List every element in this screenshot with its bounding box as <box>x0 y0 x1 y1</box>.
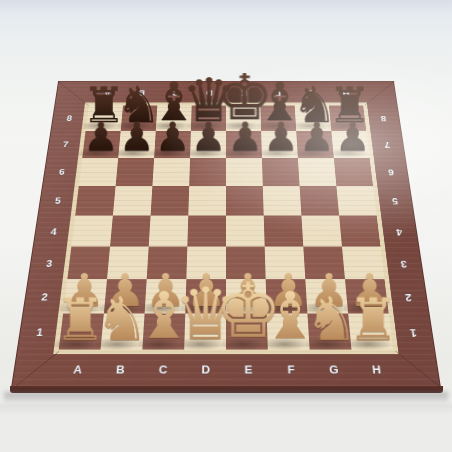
square-c6[interactable] <box>152 158 190 186</box>
square-f5[interactable] <box>263 186 302 216</box>
square-b5[interactable] <box>113 186 153 216</box>
piece-black-pawn-h7[interactable]: ♟ <box>326 84 379 154</box>
board-cast-shadow <box>4 392 448 404</box>
rank-label-8-left: 8 <box>66 114 73 122</box>
square-f6[interactable] <box>262 158 300 186</box>
file-label-e-bottom: E <box>244 364 252 376</box>
file-label-a-bottom: A <box>73 364 83 376</box>
square-a5[interactable] <box>75 186 115 216</box>
rank-label-7-left: 7 <box>62 140 69 149</box>
file-label-g-bottom: G <box>329 364 339 376</box>
rank-label-5-right: 5 <box>391 196 398 206</box>
file-label-h-bottom: H <box>371 364 381 376</box>
photo-background: AABBCCDDEEFFGGHH1122334455667788♜♞♝♛♚♝♞♜… <box>0 0 452 452</box>
square-g6[interactable] <box>298 158 337 186</box>
scene: AABBCCDDEEFFGGHH1122334455667788♜♞♝♛♚♝♞♜… <box>0 0 452 452</box>
square-d6[interactable] <box>189 158 226 186</box>
square-e5[interactable] <box>226 186 264 216</box>
rank-label-6-left: 6 <box>58 168 65 177</box>
square-c5[interactable] <box>151 186 190 216</box>
square-b6[interactable] <box>116 158 155 186</box>
square-a6[interactable] <box>79 158 118 186</box>
rank-label-1-left: 1 <box>36 327 44 339</box>
rank-label-7-right: 7 <box>384 140 391 149</box>
mitre-seam <box>395 350 443 388</box>
rank-label-8-right: 8 <box>380 114 387 122</box>
mitre-seam <box>12 351 60 389</box>
file-label-d-bottom: D <box>201 364 210 376</box>
piece-white-rook-h1[interactable]: ♜ <box>343 265 405 346</box>
file-label-f-bottom: F <box>287 364 295 376</box>
square-h5[interactable] <box>336 186 376 216</box>
square-h6[interactable] <box>334 158 373 186</box>
file-label-c-bottom: C <box>158 364 167 376</box>
square-d5[interactable] <box>188 186 226 216</box>
rank-label-2-right: 2 <box>404 292 412 303</box>
rank-label-1-right: 1 <box>409 327 417 339</box>
rank-label-2-left: 2 <box>41 292 49 303</box>
square-g5[interactable] <box>300 186 340 216</box>
square-e6[interactable] <box>226 158 263 186</box>
file-label-b-bottom: B <box>115 364 125 376</box>
chessboard: AABBCCDDEEFFGGHH1122334455667788♜♞♝♛♚♝♞♜… <box>11 81 441 388</box>
rank-label-5-left: 5 <box>54 196 61 206</box>
rank-label-6-right: 6 <box>388 168 395 177</box>
